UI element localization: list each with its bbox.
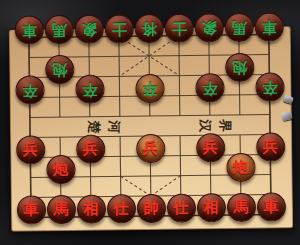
piece-red-advisor[interactable]: 仕 — [166, 193, 195, 222]
piece-character: 兵 — [83, 141, 98, 156]
piece-red-soldier[interactable]: 兵 — [16, 135, 45, 164]
piece-character: 卒 — [82, 81, 97, 96]
piece-black-cannon[interactable]: 炮 — [225, 52, 254, 81]
piece-character: 馬 — [233, 199, 248, 214]
piece-red-cannon[interactable]: 炮 — [46, 154, 75, 183]
pieces-layer: 車馬象士将士象馬車炮炮卒卒卒卒卒兵兵兵兵兵炮炮車馬相仕帥仕相馬車 — [14, 16, 286, 219]
piece-black-elephant[interactable]: 象 — [74, 14, 103, 43]
piece-character: 炮 — [232, 59, 247, 74]
piece-red-soldier[interactable]: 兵 — [136, 133, 165, 162]
piece-character: 炮 — [52, 62, 67, 77]
piece-black-soldier[interactable]: 卒 — [75, 74, 104, 103]
piece-character: 士 — [111, 21, 126, 36]
piece-black-advisor[interactable]: 士 — [164, 13, 193, 42]
piece-red-horse[interactable]: 馬 — [226, 192, 255, 221]
piece-black-cannon[interactable]: 炮 — [45, 54, 74, 83]
piece-character: 仕 — [113, 201, 128, 216]
piece-character: 仕 — [173, 200, 188, 215]
piece-red-soldier[interactable]: 兵 — [256, 132, 285, 161]
piece-character: 象 — [81, 21, 96, 36]
piece-red-cannon[interactable]: 炮 — [226, 152, 255, 181]
piece-character: 卒 — [262, 79, 277, 94]
piece-black-chariot[interactable]: 車 — [14, 15, 43, 44]
piece-character: 兵 — [143, 140, 158, 155]
piece-black-horse[interactable]: 馬 — [44, 14, 73, 43]
piece-character: 馬 — [51, 22, 66, 37]
piece-black-soldier[interactable]: 卒 — [135, 73, 164, 102]
piece-character: 相 — [203, 200, 218, 215]
piece-red-soldier[interactable]: 兵 — [76, 134, 105, 163]
piece-black-elephant[interactable]: 象 — [194, 13, 223, 42]
piece-character: 士 — [171, 20, 186, 35]
piece-character: 兵 — [203, 140, 218, 155]
piece-red-elephant[interactable]: 相 — [196, 193, 225, 222]
xiangqi-board: 楚河 汉界 車馬象士将士象馬車炮炮卒卒卒卒卒兵兵兵兵兵炮炮車馬相仕帥仕相馬車 — [9, 26, 293, 231]
piece-black-advisor[interactable]: 士 — [104, 14, 133, 43]
table-background: 楚河 汉界 車馬象士将士象馬車炮炮卒卒卒卒卒兵兵兵兵兵炮炮車馬相仕帥仕相馬車 — [0, 0, 300, 245]
piece-character: 兵 — [23, 142, 38, 157]
piece-black-soldier[interactable]: 卒 — [15, 75, 44, 104]
piece-black-horse[interactable]: 馬 — [224, 12, 253, 41]
piece-black-chariot[interactable]: 車 — [254, 12, 283, 41]
piece-black-soldier[interactable]: 卒 — [195, 73, 224, 102]
piece-black-general[interactable]: 将 — [134, 13, 163, 42]
piece-character: 炮 — [53, 162, 68, 177]
piece-character: 車 — [263, 199, 278, 214]
piece-black-soldier[interactable]: 卒 — [255, 72, 284, 101]
piece-character: 卒 — [22, 82, 37, 97]
piece-character: 車 — [261, 19, 276, 34]
piece-character: 将 — [141, 20, 156, 35]
piece-character: 相 — [83, 201, 98, 216]
piece-red-general[interactable]: 帥 — [136, 193, 165, 222]
piece-character: 帥 — [143, 200, 158, 215]
piece-character: 車 — [21, 22, 36, 37]
piece-character: 馬 — [231, 19, 246, 34]
piece-character: 兵 — [263, 139, 278, 154]
piece-character: 卒 — [202, 80, 217, 95]
piece-red-horse[interactable]: 馬 — [46, 194, 75, 223]
piece-red-chariot[interactable]: 車 — [256, 192, 285, 221]
piece-character: 馬 — [53, 202, 68, 217]
piece-red-soldier[interactable]: 兵 — [196, 133, 225, 162]
piece-character: 車 — [23, 202, 38, 217]
piece-character: 卒 — [142, 80, 157, 95]
piece-character: 炮 — [233, 159, 248, 174]
piece-character: 象 — [201, 20, 216, 35]
piece-red-chariot[interactable]: 車 — [16, 195, 45, 224]
piece-red-elephant[interactable]: 相 — [76, 194, 105, 223]
piece-red-advisor[interactable]: 仕 — [106, 194, 135, 223]
